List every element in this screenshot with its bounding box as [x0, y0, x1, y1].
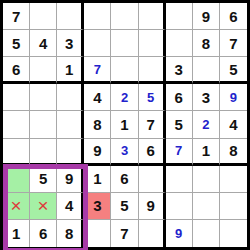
given-digit: 7: [120, 226, 128, 241]
sudoku-board: 79654387617354256398175249367185916××435…: [0, 0, 250, 250]
sudoku-cell-r5c1[interactable]: [3, 111, 30, 138]
sudoku-cell-r3c4[interactable]: 7: [84, 57, 111, 84]
given-digit: 5: [175, 117, 183, 132]
sudoku-cell-r2c1[interactable]: 5: [3, 30, 30, 57]
sudoku-cell-r1c8[interactable]: 9: [193, 3, 220, 30]
sudoku-cell-r8c2[interactable]: ×: [30, 193, 57, 220]
sudoku-cell-r2c6[interactable]: [139, 30, 166, 57]
given-digit: 8: [202, 36, 210, 51]
given-digit: 3: [175, 62, 183, 77]
sudoku-cell-r8c6[interactable]: 9: [139, 193, 166, 220]
sudoku-cell-r5c2[interactable]: [30, 111, 57, 138]
user-digit: 7: [94, 63, 101, 76]
sudoku-cell-r2c2[interactable]: 4: [30, 30, 57, 57]
sudoku-cell-r3c9[interactable]: 5: [220, 57, 247, 84]
given-digit: 7: [146, 117, 154, 132]
sudoku-cell-r2c7[interactable]: [166, 30, 193, 57]
sudoku-cell-r6c2[interactable]: [30, 139, 57, 166]
sudoku-cell-r4c8[interactable]: 3: [193, 84, 220, 111]
given-digit: 3: [93, 198, 101, 213]
given-digit: 1: [202, 143, 210, 158]
sudoku-cell-r7c1[interactable]: [3, 166, 30, 193]
given-digit: 7: [12, 9, 20, 24]
given-digit: 1: [65, 62, 73, 77]
given-digit: 5: [12, 36, 20, 51]
given-digit: 9: [146, 198, 154, 213]
user-digit: 7: [175, 144, 182, 157]
sudoku-cell-r9c9[interactable]: [220, 220, 247, 247]
given-digit: 4: [93, 90, 101, 105]
given-digit: 9: [65, 171, 73, 186]
sudoku-cell-r8c7[interactable]: [166, 193, 193, 220]
sudoku-cell-r6c5[interactable]: 3: [111, 139, 138, 166]
sudoku-cell-r1c1[interactable]: 7: [3, 3, 30, 30]
sudoku-cell-r1c5[interactable]: [111, 3, 138, 30]
sudoku-cell-r8c8[interactable]: [193, 193, 220, 220]
sudoku-cell-r1c4[interactable]: [84, 3, 111, 30]
sudoku-cell-r6c1[interactable]: [3, 139, 30, 166]
sudoku-cell-r4c1[interactable]: [3, 84, 30, 111]
sudoku-cell-r6c6[interactable]: 6: [139, 139, 166, 166]
sudoku-cell-r9c7[interactable]: 9: [166, 220, 193, 247]
sudoku-cell-r3c8[interactable]: [193, 57, 220, 84]
user-digit: 2: [202, 118, 209, 131]
sudoku-cell-r5c5[interactable]: 1: [111, 111, 138, 138]
sudoku-cell-r1c2[interactable]: [30, 3, 57, 30]
given-digit: 7: [229, 36, 237, 51]
user-digit: 9: [230, 91, 237, 104]
sudoku-cell-r7c2[interactable]: 5: [30, 166, 57, 193]
given-digit: 8: [93, 117, 101, 132]
given-digit: 4: [39, 36, 47, 51]
sudoku-cell-r5c9[interactable]: 4: [220, 111, 247, 138]
sudoku-cell-r6c7[interactable]: 7: [166, 139, 193, 166]
given-digit: 6: [175, 90, 183, 105]
sudoku-cell-r2c3[interactable]: 3: [57, 30, 84, 57]
x-mark-icon: ×: [11, 196, 22, 215]
sudoku-cell-r4c9[interactable]: 9: [220, 84, 247, 111]
sudoku-cell-r9c3[interactable]: 8: [57, 220, 84, 247]
given-digit: 6: [146, 143, 154, 158]
sudoku-cell-r9c6[interactable]: [139, 220, 166, 247]
sudoku-cell-r4c5[interactable]: 2: [111, 84, 138, 111]
sudoku-cell-r6c4[interactable]: 9: [84, 139, 111, 166]
given-digit: 6: [120, 171, 128, 186]
sudoku-cell-r7c5[interactable]: 6: [111, 166, 138, 193]
given-digit: 1: [12, 226, 20, 241]
sudoku-cell-r3c6[interactable]: [139, 57, 166, 84]
given-digit: 3: [65, 36, 73, 51]
sudoku-cell-r6c3[interactable]: [57, 139, 84, 166]
sudoku-cell-r2c4[interactable]: [84, 30, 111, 57]
sudoku-cell-r5c6[interactable]: 7: [139, 111, 166, 138]
sudoku-cell-r7c4[interactable]: 1: [84, 166, 111, 193]
sudoku-cell-r1c7[interactable]: [166, 3, 193, 30]
sudoku-cell-r4c4[interactable]: 4: [84, 84, 111, 111]
sudoku-cell-r3c7[interactable]: 3: [166, 57, 193, 84]
sudoku-cell-r5c7[interactable]: 5: [166, 111, 193, 138]
given-digit: 1: [120, 117, 128, 132]
sudoku-cell-r3c2[interactable]: [30, 57, 57, 84]
sudoku-cell-r9c2[interactable]: 6: [30, 220, 57, 247]
user-digit: 5: [147, 91, 154, 104]
sudoku-cell-r8c4[interactable]: 3: [84, 193, 111, 220]
given-digit: 8: [229, 143, 237, 158]
given-digit: 4: [229, 117, 237, 132]
given-digit: 6: [39, 226, 47, 241]
sudoku-cell-r8c1[interactable]: ×: [3, 193, 30, 220]
sudoku-cell-r1c9[interactable]: 6: [220, 3, 247, 30]
given-digit: 6: [12, 62, 20, 77]
sudoku-cell-r8c3[interactable]: 4: [57, 193, 84, 220]
sudoku-cell-r3c3[interactable]: 1: [57, 57, 84, 84]
x-mark-icon: ×: [38, 196, 49, 215]
given-digit: 4: [65, 198, 73, 213]
sudoku-cell-r7c6[interactable]: [139, 166, 166, 193]
sudoku-cell-r5c8[interactable]: 2: [193, 111, 220, 138]
sudoku-cell-r7c7[interactable]: [166, 166, 193, 193]
user-digit: 2: [121, 91, 128, 104]
given-digit: 3: [202, 90, 210, 105]
user-digit: 3: [121, 144, 128, 157]
sudoku-cell-r7c8[interactable]: [193, 166, 220, 193]
sudoku-cell-r1c3[interactable]: [57, 3, 84, 30]
sudoku-cell-r6c8[interactable]: 1: [193, 139, 220, 166]
sudoku-cell-r8c5[interactable]: 5: [111, 193, 138, 220]
given-digit: 1: [93, 171, 101, 186]
sudoku-cell-r4c6[interactable]: 5: [139, 84, 166, 111]
sudoku-cell-r9c5[interactable]: 7: [111, 220, 138, 247]
sudoku-cell-r9c8[interactable]: [193, 220, 220, 247]
sudoku-cell-r5c4[interactable]: 8: [84, 111, 111, 138]
given-digit: 5: [229, 62, 237, 77]
sudoku-cell-r7c9[interactable]: [220, 166, 247, 193]
sudoku-cell-r9c1[interactable]: 1: [3, 220, 30, 247]
sudoku-cell-r2c8[interactable]: 8: [193, 30, 220, 57]
given-digit: 5: [39, 171, 47, 186]
given-digit: 5: [120, 198, 128, 213]
user-digit: 9: [175, 227, 182, 240]
sudoku-cell-r3c5[interactable]: [111, 57, 138, 84]
sudoku-cell-r2c5[interactable]: [111, 30, 138, 57]
given-digit: 6: [229, 9, 237, 24]
sudoku-cell-r7c3[interactable]: 9: [57, 166, 84, 193]
sudoku-cell-r4c7[interactable]: 6: [166, 84, 193, 111]
sudoku-cell-r5c3[interactable]: [57, 111, 84, 138]
sudoku-cell-r4c2[interactable]: [30, 84, 57, 111]
given-digit: 9: [202, 9, 210, 24]
sudoku-cell-r2c9[interactable]: 7: [220, 30, 247, 57]
sudoku-cell-r9c4[interactable]: [84, 220, 111, 247]
sudoku-cell-r4c3[interactable]: [57, 84, 84, 111]
given-digit: 8: [65, 226, 73, 241]
sudoku-cell-r6c9[interactable]: 8: [220, 139, 247, 166]
given-digit: 9: [93, 143, 101, 158]
sudoku-cell-r8c9[interactable]: [220, 193, 247, 220]
sudoku-cell-r1c6[interactable]: [139, 3, 166, 30]
sudoku-cell-r3c1[interactable]: 6: [3, 57, 30, 84]
